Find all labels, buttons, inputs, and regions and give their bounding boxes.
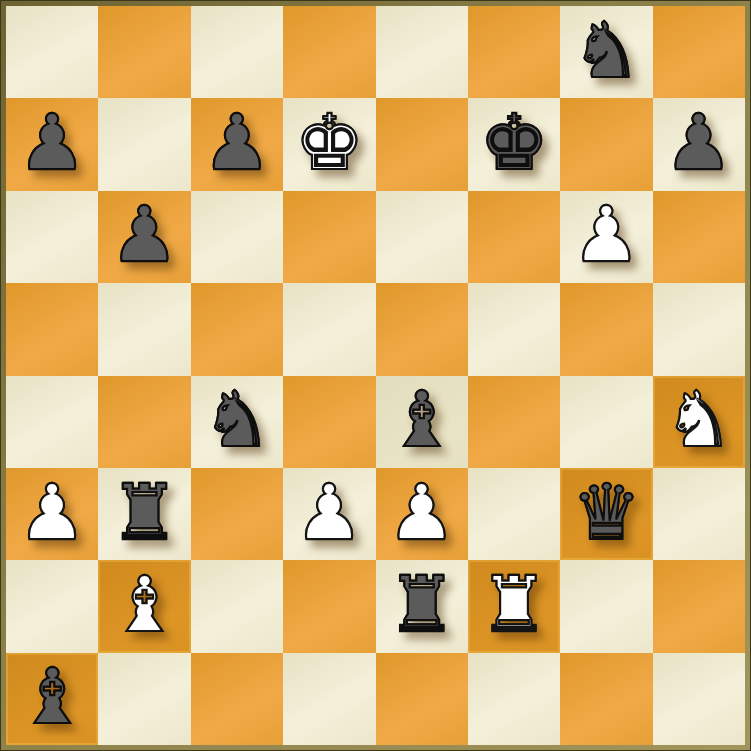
square-h5[interactable] xyxy=(653,283,745,375)
square-f3[interactable] xyxy=(468,468,560,560)
square-d3[interactable]: ♟ xyxy=(283,468,375,560)
white-king[interactable]: ♚ xyxy=(295,104,364,181)
square-b2[interactable]: ♝ xyxy=(98,560,190,652)
square-a4[interactable] xyxy=(6,376,98,468)
black-pawn[interactable]: ♟ xyxy=(202,104,271,181)
square-b1[interactable] xyxy=(98,653,190,745)
square-g2[interactable] xyxy=(560,560,652,652)
black-bishop[interactable]: ♝ xyxy=(387,381,456,458)
square-f7[interactable]: ♚ xyxy=(468,98,560,190)
square-c7[interactable]: ♟ xyxy=(191,98,283,190)
square-g8[interactable]: ♞ xyxy=(560,6,652,98)
square-g4[interactable] xyxy=(560,376,652,468)
square-c5[interactable] xyxy=(191,283,283,375)
square-f4[interactable] xyxy=(468,376,560,468)
square-a6[interactable] xyxy=(6,191,98,283)
white-pawn[interactable]: ♟ xyxy=(18,474,87,551)
square-e2[interactable]: ♜ xyxy=(376,560,468,652)
square-d5[interactable] xyxy=(283,283,375,375)
square-a1[interactable]: ♝ xyxy=(6,653,98,745)
white-pawn[interactable]: ♟ xyxy=(387,474,456,551)
square-d7[interactable]: ♚ xyxy=(283,98,375,190)
black-rook[interactable]: ♜ xyxy=(110,474,179,551)
black-queen[interactable]: ♛ xyxy=(572,474,641,551)
black-bishop[interactable]: ♝ xyxy=(18,658,87,735)
chess-board-frame: ♞♟♟♚♚♟♟♟♞♝♞♟♜♟♟♛♝♜♜♝ xyxy=(0,0,751,751)
square-h4[interactable]: ♞ xyxy=(653,376,745,468)
black-pawn[interactable]: ♟ xyxy=(110,196,179,273)
black-pawn[interactable]: ♟ xyxy=(664,104,733,181)
square-g3[interactable]: ♛ xyxy=(560,468,652,560)
square-h6[interactable] xyxy=(653,191,745,283)
square-a8[interactable] xyxy=(6,6,98,98)
square-d2[interactable] xyxy=(283,560,375,652)
square-g6[interactable]: ♟ xyxy=(560,191,652,283)
square-a7[interactable]: ♟ xyxy=(6,98,98,190)
square-d6[interactable] xyxy=(283,191,375,283)
white-bishop[interactable]: ♝ xyxy=(110,566,179,643)
square-e1[interactable] xyxy=(376,653,468,745)
square-h3[interactable] xyxy=(653,468,745,560)
square-e5[interactable] xyxy=(376,283,468,375)
square-f5[interactable] xyxy=(468,283,560,375)
square-f1[interactable] xyxy=(468,653,560,745)
square-e7[interactable] xyxy=(376,98,468,190)
black-pawn[interactable]: ♟ xyxy=(18,104,87,181)
square-e6[interactable] xyxy=(376,191,468,283)
square-d4[interactable] xyxy=(283,376,375,468)
square-b5[interactable] xyxy=(98,283,190,375)
square-b8[interactable] xyxy=(98,6,190,98)
square-e4[interactable]: ♝ xyxy=(376,376,468,468)
square-f2[interactable]: ♜ xyxy=(468,560,560,652)
square-e8[interactable] xyxy=(376,6,468,98)
square-c3[interactable] xyxy=(191,468,283,560)
square-c4[interactable]: ♞ xyxy=(191,376,283,468)
square-b7[interactable] xyxy=(98,98,190,190)
white-knight[interactable]: ♞ xyxy=(664,381,733,458)
square-c6[interactable] xyxy=(191,191,283,283)
square-h1[interactable] xyxy=(653,653,745,745)
square-d8[interactable] xyxy=(283,6,375,98)
white-pawn[interactable]: ♟ xyxy=(295,474,364,551)
square-a2[interactable] xyxy=(6,560,98,652)
square-g7[interactable] xyxy=(560,98,652,190)
square-h2[interactable] xyxy=(653,560,745,652)
square-h7[interactable]: ♟ xyxy=(653,98,745,190)
square-c2[interactable] xyxy=(191,560,283,652)
square-f8[interactable] xyxy=(468,6,560,98)
square-e3[interactable]: ♟ xyxy=(376,468,468,560)
square-b4[interactable] xyxy=(98,376,190,468)
square-f6[interactable] xyxy=(468,191,560,283)
square-a3[interactable]: ♟ xyxy=(6,468,98,560)
black-rook[interactable]: ♜ xyxy=(387,566,456,643)
square-c8[interactable] xyxy=(191,6,283,98)
white-rook[interactable]: ♜ xyxy=(480,566,549,643)
square-g1[interactable] xyxy=(560,653,652,745)
square-h8[interactable] xyxy=(653,6,745,98)
square-g5[interactable] xyxy=(560,283,652,375)
square-b6[interactable]: ♟ xyxy=(98,191,190,283)
square-b3[interactable]: ♜ xyxy=(98,468,190,560)
square-c1[interactable] xyxy=(191,653,283,745)
square-a5[interactable] xyxy=(6,283,98,375)
black-knight[interactable]: ♞ xyxy=(572,12,641,89)
chess-board: ♞♟♟♚♚♟♟♟♞♝♞♟♜♟♟♛♝♜♜♝ xyxy=(6,6,745,745)
square-d1[interactable] xyxy=(283,653,375,745)
black-knight[interactable]: ♞ xyxy=(202,381,271,458)
white-pawn[interactable]: ♟ xyxy=(572,196,641,273)
black-king[interactable]: ♚ xyxy=(480,104,549,181)
